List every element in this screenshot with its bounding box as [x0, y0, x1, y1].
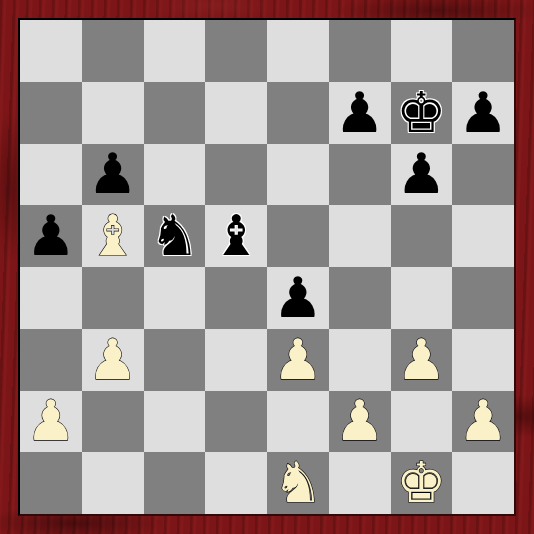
- square-h1[interactable]: [452, 452, 514, 514]
- square-d2[interactable]: [205, 391, 267, 453]
- square-f7[interactable]: ♟: [329, 82, 391, 144]
- square-c1[interactable]: [144, 452, 206, 514]
- white-king[interactable]: ♚: [396, 455, 446, 511]
- white-pawn[interactable]: ♟: [88, 332, 138, 388]
- square-c7[interactable]: [144, 82, 206, 144]
- square-a4[interactable]: [20, 267, 82, 329]
- board-frame: ♟♚♟♟♟♟♝♞♝♟♟♟♟♟♟♟♞♚: [0, 0, 534, 534]
- square-a5[interactable]: ♟: [20, 205, 82, 267]
- black-bishop[interactable]: ♝: [211, 208, 261, 264]
- black-knight[interactable]: ♞: [149, 208, 199, 264]
- square-g6[interactable]: ♟: [391, 144, 453, 206]
- square-f1[interactable]: [329, 452, 391, 514]
- square-c5[interactable]: ♞: [144, 205, 206, 267]
- square-e7[interactable]: [267, 82, 329, 144]
- square-g3[interactable]: ♟: [391, 329, 453, 391]
- square-e6[interactable]: [267, 144, 329, 206]
- square-h3[interactable]: [452, 329, 514, 391]
- white-knight[interactable]: ♞: [273, 455, 323, 511]
- square-h2[interactable]: ♟: [452, 391, 514, 453]
- square-c3[interactable]: [144, 329, 206, 391]
- chess-board: ♟♚♟♟♟♟♝♞♝♟♟♟♟♟♟♟♞♚: [18, 18, 516, 516]
- square-g4[interactable]: [391, 267, 453, 329]
- square-h6[interactable]: [452, 144, 514, 206]
- white-pawn[interactable]: ♟: [335, 393, 385, 449]
- square-d7[interactable]: [205, 82, 267, 144]
- square-g7[interactable]: ♚: [391, 82, 453, 144]
- square-a2[interactable]: ♟: [20, 391, 82, 453]
- square-d6[interactable]: [205, 144, 267, 206]
- black-king[interactable]: ♚: [396, 85, 446, 141]
- square-a7[interactable]: [20, 82, 82, 144]
- square-e2[interactable]: [267, 391, 329, 453]
- square-b8[interactable]: [82, 20, 144, 82]
- square-h4[interactable]: [452, 267, 514, 329]
- square-b6[interactable]: ♟: [82, 144, 144, 206]
- square-a1[interactable]: [20, 452, 82, 514]
- square-a3[interactable]: [20, 329, 82, 391]
- square-e8[interactable]: [267, 20, 329, 82]
- square-d3[interactable]: [205, 329, 267, 391]
- square-e1[interactable]: ♞: [267, 452, 329, 514]
- square-h5[interactable]: [452, 205, 514, 267]
- black-pawn[interactable]: ♟: [396, 146, 446, 202]
- square-b5[interactable]: ♝: [82, 205, 144, 267]
- square-a6[interactable]: [20, 144, 82, 206]
- black-pawn[interactable]: ♟: [273, 270, 323, 326]
- square-f5[interactable]: [329, 205, 391, 267]
- square-b1[interactable]: [82, 452, 144, 514]
- square-d4[interactable]: [205, 267, 267, 329]
- square-b3[interactable]: ♟: [82, 329, 144, 391]
- black-pawn[interactable]: ♟: [458, 85, 508, 141]
- white-bishop[interactable]: ♝: [88, 208, 138, 264]
- square-b4[interactable]: [82, 267, 144, 329]
- square-g5[interactable]: [391, 205, 453, 267]
- square-e4[interactable]: ♟: [267, 267, 329, 329]
- white-pawn[interactable]: ♟: [273, 332, 323, 388]
- square-h7[interactable]: ♟: [452, 82, 514, 144]
- square-c6[interactable]: [144, 144, 206, 206]
- square-d5[interactable]: ♝: [205, 205, 267, 267]
- square-f6[interactable]: [329, 144, 391, 206]
- square-f8[interactable]: [329, 20, 391, 82]
- square-d8[interactable]: [205, 20, 267, 82]
- square-e3[interactable]: ♟: [267, 329, 329, 391]
- square-g8[interactable]: [391, 20, 453, 82]
- square-b2[interactable]: [82, 391, 144, 453]
- white-pawn[interactable]: ♟: [458, 393, 508, 449]
- square-h8[interactable]: [452, 20, 514, 82]
- black-pawn[interactable]: ♟: [335, 85, 385, 141]
- square-b7[interactable]: [82, 82, 144, 144]
- black-pawn[interactable]: ♟: [26, 208, 76, 264]
- square-g1[interactable]: ♚: [391, 452, 453, 514]
- white-pawn[interactable]: ♟: [396, 332, 446, 388]
- square-f2[interactable]: ♟: [329, 391, 391, 453]
- square-c2[interactable]: [144, 391, 206, 453]
- square-f3[interactable]: [329, 329, 391, 391]
- square-c4[interactable]: [144, 267, 206, 329]
- square-d1[interactable]: [205, 452, 267, 514]
- white-pawn[interactable]: ♟: [26, 393, 76, 449]
- square-e5[interactable]: [267, 205, 329, 267]
- square-a8[interactable]: [20, 20, 82, 82]
- black-pawn[interactable]: ♟: [88, 146, 138, 202]
- square-g2[interactable]: [391, 391, 453, 453]
- square-c8[interactable]: [144, 20, 206, 82]
- square-f4[interactable]: [329, 267, 391, 329]
